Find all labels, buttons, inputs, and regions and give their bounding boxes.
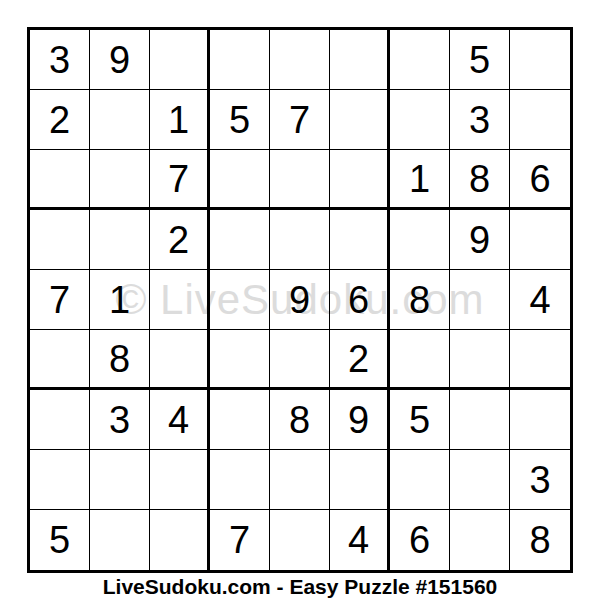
cell-r5c2: 1 <box>90 270 150 330</box>
cell-r7c9[interactable] <box>510 390 570 450</box>
cell-r9c7: 6 <box>390 510 450 570</box>
cell-r8c9: 3 <box>510 450 570 510</box>
cell-r8c6[interactable] <box>330 450 390 510</box>
cell-r4c6[interactable] <box>330 210 390 270</box>
cell-r3c4[interactable] <box>210 150 270 210</box>
cell-r5c5: 9 <box>270 270 330 330</box>
cell-r7c2: 3 <box>90 390 150 450</box>
cell-r8c7[interactable] <box>390 450 450 510</box>
cell-r4c3: 2 <box>150 210 210 270</box>
cell-r3c3: 7 <box>150 150 210 210</box>
cell-r9c6: 4 <box>330 510 390 570</box>
cell-r6c7[interactable] <box>390 330 450 390</box>
cell-r6c6: 2 <box>330 330 390 390</box>
cell-r7c5: 8 <box>270 390 330 450</box>
cell-r8c8[interactable] <box>450 450 510 510</box>
cell-r1c8: 5 <box>450 30 510 90</box>
cell-r1c5[interactable] <box>270 30 330 90</box>
cell-r1c9[interactable] <box>510 30 570 90</box>
cell-r8c2[interactable] <box>90 450 150 510</box>
cell-r2c4: 5 <box>210 90 270 150</box>
cell-r5c3[interactable] <box>150 270 210 330</box>
cell-r1c6[interactable] <box>330 30 390 90</box>
cell-r8c3[interactable] <box>150 450 210 510</box>
cell-r2c1: 2 <box>30 90 90 150</box>
cell-r7c8[interactable] <box>450 390 510 450</box>
cell-r6c5[interactable] <box>270 330 330 390</box>
cell-r5c4[interactable] <box>210 270 270 330</box>
cell-r5c9: 4 <box>510 270 570 330</box>
cell-r2c6[interactable] <box>330 90 390 150</box>
cell-r7c7: 5 <box>390 390 450 450</box>
cell-r6c4[interactable] <box>210 330 270 390</box>
cell-r7c4[interactable] <box>210 390 270 450</box>
cell-r6c2: 8 <box>90 330 150 390</box>
cell-r4c5[interactable] <box>270 210 330 270</box>
sudoku-board: © LiveSudoku.com 39521573718629719684823… <box>27 27 573 573</box>
cell-r9c3[interactable] <box>150 510 210 570</box>
cell-r3c5[interactable] <box>270 150 330 210</box>
cell-r1c1: 3 <box>30 30 90 90</box>
cell-r8c4[interactable] <box>210 450 270 510</box>
cell-r9c8[interactable] <box>450 510 510 570</box>
cell-r3c2[interactable] <box>90 150 150 210</box>
cell-r7c3: 4 <box>150 390 210 450</box>
cell-r9c9: 8 <box>510 510 570 570</box>
cell-r1c4[interactable] <box>210 30 270 90</box>
cell-r6c9[interactable] <box>510 330 570 390</box>
cell-r4c2[interactable] <box>90 210 150 270</box>
cell-r4c8: 9 <box>450 210 510 270</box>
cell-r4c1[interactable] <box>30 210 90 270</box>
cell-r6c1[interactable] <box>30 330 90 390</box>
cell-r7c6: 9 <box>330 390 390 450</box>
cell-r9c2[interactable] <box>90 510 150 570</box>
cell-r4c4[interactable] <box>210 210 270 270</box>
cell-r2c2[interactable] <box>90 90 150 150</box>
cell-r6c8[interactable] <box>450 330 510 390</box>
cell-r2c5: 7 <box>270 90 330 150</box>
cell-r2c3: 1 <box>150 90 210 150</box>
cell-r5c1: 7 <box>30 270 90 330</box>
cell-r3c7: 1 <box>390 150 450 210</box>
cell-r9c5[interactable] <box>270 510 330 570</box>
cell-r3c9: 6 <box>510 150 570 210</box>
sudoku-grid: 395215737186297196848234895357468 <box>27 27 573 573</box>
cell-r3c1[interactable] <box>30 150 90 210</box>
cell-r2c8: 3 <box>450 90 510 150</box>
cell-r9c1: 5 <box>30 510 90 570</box>
cell-r1c2: 9 <box>90 30 150 90</box>
cell-r1c7[interactable] <box>390 30 450 90</box>
cell-r5c7: 8 <box>390 270 450 330</box>
cell-r8c5[interactable] <box>270 450 330 510</box>
puzzle-caption: LiveSudoku.com - Easy Puzzle #151560 <box>0 575 600 599</box>
cell-r7c1[interactable] <box>30 390 90 450</box>
cell-r8c1[interactable] <box>30 450 90 510</box>
cell-r2c9[interactable] <box>510 90 570 150</box>
cell-r9c4: 7 <box>210 510 270 570</box>
cell-r6c3[interactable] <box>150 330 210 390</box>
cell-r4c9[interactable] <box>510 210 570 270</box>
cell-r5c8[interactable] <box>450 270 510 330</box>
cell-r4c7[interactable] <box>390 210 450 270</box>
cell-r3c8: 8 <box>450 150 510 210</box>
cell-r5c6: 6 <box>330 270 390 330</box>
cell-r1c3[interactable] <box>150 30 210 90</box>
cell-r2c7[interactable] <box>390 90 450 150</box>
cell-r3c6[interactable] <box>330 150 390 210</box>
